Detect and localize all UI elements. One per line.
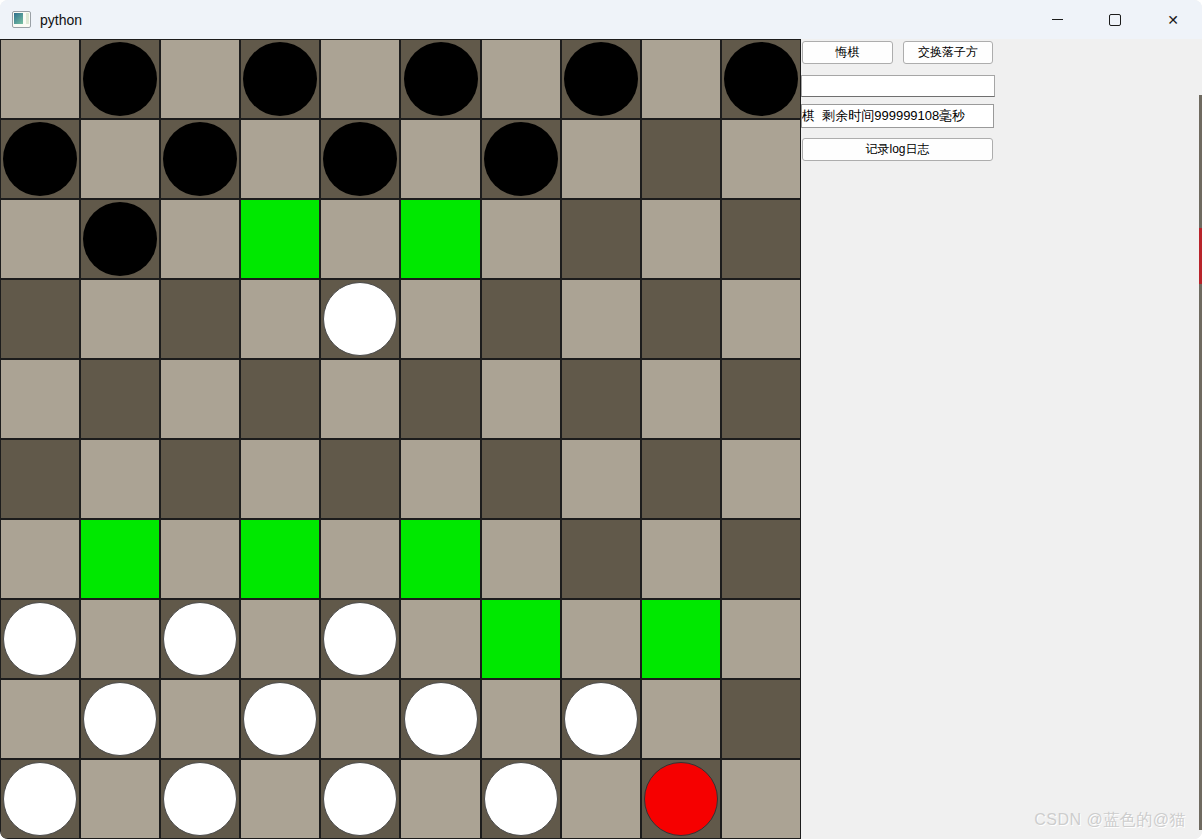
board-cell[interactable] [1,600,79,678]
highlighted-cell[interactable] [241,200,319,278]
minimize-icon [1052,19,1063,20]
board-cell[interactable] [161,440,239,518]
board-cell[interactable] [401,360,479,438]
board-cell[interactable] [722,600,800,678]
board-cell[interactable] [482,680,560,758]
board-cell[interactable] [81,680,159,758]
checker-black[interactable] [323,122,397,196]
board-cell[interactable] [722,760,800,838]
board-cell[interactable] [722,520,800,598]
board-cell[interactable] [642,200,720,278]
board-cell[interactable] [722,680,800,758]
board-cell[interactable] [722,120,800,198]
board-cell[interactable] [642,120,720,198]
board-cell[interactable] [562,440,640,518]
board-cell[interactable] [321,280,399,358]
board-cell[interactable] [1,760,79,838]
checker-white[interactable] [323,762,397,836]
checker-white[interactable] [323,602,397,676]
board-cell[interactable] [241,360,319,438]
highlighted-cell[interactable] [401,200,479,278]
swap-side-button[interactable]: 交换落子方 [903,41,993,64]
board-cell[interactable] [1,360,79,438]
checker-white[interactable] [243,682,317,756]
checker-white[interactable] [83,682,157,756]
board-cell[interactable] [321,200,399,278]
checker-black[interactable] [564,42,638,116]
board-cell[interactable] [401,680,479,758]
board-cell[interactable] [161,40,239,118]
board-cell[interactable] [722,360,800,438]
board-cell[interactable] [321,760,399,838]
board-cell[interactable] [401,760,479,838]
board-cell[interactable] [722,440,800,518]
checker-black[interactable] [724,42,798,116]
close-icon: ✕ [1167,12,1179,28]
board-cell[interactable] [562,600,640,678]
board-cell[interactable] [562,120,640,198]
minimize-button[interactable] [1028,0,1086,39]
remaining-time-label: 棋 剩余时间999999108毫秒 [801,104,994,128]
board-cell[interactable] [642,40,720,118]
board-cell[interactable] [1,680,79,758]
board-cell[interactable] [161,520,239,598]
checker-white[interactable] [163,602,237,676]
checker-black[interactable] [83,42,157,116]
board-cell[interactable] [241,760,319,838]
checker-black[interactable] [404,42,478,116]
board-cell[interactable] [161,280,239,358]
board-cell[interactable] [562,680,640,758]
board-cell[interactable] [401,440,479,518]
board-cell[interactable] [1,120,79,198]
board-cell[interactable] [241,440,319,518]
checker-white[interactable] [484,762,558,836]
window-title: python [40,12,82,28]
board-cell[interactable] [482,360,560,438]
checker-white[interactable] [404,682,478,756]
board-cell[interactable] [562,360,640,438]
board-cell[interactable] [161,120,239,198]
board-cell[interactable] [81,760,159,838]
board-cell[interactable] [321,440,399,518]
checker-white[interactable] [564,682,638,756]
board-cell[interactable] [321,360,399,438]
board-cell[interactable] [161,680,239,758]
board-cell[interactable] [161,360,239,438]
board-cell[interactable] [722,200,800,278]
board-cell[interactable] [482,520,560,598]
board-cell[interactable] [401,120,479,198]
app-icon [12,11,31,28]
board-cell[interactable] [482,40,560,118]
board-cell[interactable] [642,680,720,758]
maximize-icon [1109,14,1121,26]
titlebar: python ✕ [0,0,1202,39]
checker-white[interactable] [3,762,77,836]
board-cell[interactable] [81,440,159,518]
highlighted-cell[interactable] [642,600,720,678]
board-cell[interactable] [401,280,479,358]
board-cell[interactable] [81,120,159,198]
checker-black[interactable] [3,122,77,196]
board-cell[interactable] [1,200,79,278]
undo-move-button[interactable]: 悔棋 [802,41,893,64]
maximize-button[interactable] [1086,0,1144,39]
board-cell[interactable] [1,280,79,358]
checker-white[interactable] [323,282,397,356]
checker-black[interactable] [484,122,558,196]
text-input[interactable] [801,75,995,97]
board-cell[interactable] [642,520,720,598]
board-cell[interactable] [81,360,159,438]
board-cell[interactable] [722,280,800,358]
board-cell[interactable] [161,200,239,278]
board-cell[interactable] [241,680,319,758]
board-cell[interactable] [81,280,159,358]
board-cell[interactable] [241,40,319,118]
board-cell[interactable] [482,200,560,278]
board-cell[interactable] [81,40,159,118]
board[interactable] [0,39,801,839]
board-cell[interactable] [321,40,399,118]
board-cell[interactable] [562,520,640,598]
board-cell[interactable] [81,200,159,278]
board-cell[interactable] [401,40,479,118]
checker-black[interactable] [163,122,237,196]
board-cell[interactable] [722,40,800,118]
watermark: CSDN @蓝色的@猫 [1034,810,1186,831]
board-cell[interactable] [321,520,399,598]
board-cell[interactable] [642,360,720,438]
board-cell[interactable] [241,280,319,358]
close-button[interactable]: ✕ [1144,0,1202,39]
highlighted-cell[interactable] [482,600,560,678]
board-cell[interactable] [401,600,479,678]
board-cell[interactable] [1,520,79,598]
checker-white[interactable] [3,602,77,676]
window-controls: ✕ [1028,0,1202,39]
checker-black[interactable] [83,202,157,276]
board-cell[interactable] [562,760,640,838]
checker-red[interactable] [644,762,718,836]
board-cell[interactable] [321,120,399,198]
board-cell[interactable] [562,200,640,278]
board-cell[interactable] [482,760,560,838]
highlighted-cell[interactable] [241,520,319,598]
checker-white[interactable] [163,762,237,836]
highlighted-cell[interactable] [81,520,159,598]
board-cell[interactable] [1,440,79,518]
board-cell[interactable] [321,600,399,678]
board-cell[interactable] [1,40,79,118]
board-cell[interactable] [642,440,720,518]
board-cell[interactable] [241,600,319,678]
app-window: python ✕ 悔棋 交换落子方 棋 剩余时间999999108毫秒 记录lo… [0,0,1202,839]
board-cell[interactable] [562,40,640,118]
board-cell[interactable] [482,280,560,358]
board-cell[interactable] [642,760,720,838]
board-cell[interactable] [321,680,399,758]
board-cell[interactable] [642,280,720,358]
board-cell[interactable] [161,760,239,838]
board-cell[interactable] [161,600,239,678]
board-cell[interactable] [562,280,640,358]
side-panel: 悔棋 交换落子方 棋 剩余时间999999108毫秒 记录log日志 [801,39,1202,839]
board-cell[interactable] [241,120,319,198]
record-log-button[interactable]: 记录log日志 [802,138,993,161]
highlighted-cell[interactable] [401,520,479,598]
board-cell[interactable] [482,120,560,198]
board-cell[interactable] [81,600,159,678]
board-cell[interactable] [482,440,560,518]
checker-black[interactable] [243,42,317,116]
